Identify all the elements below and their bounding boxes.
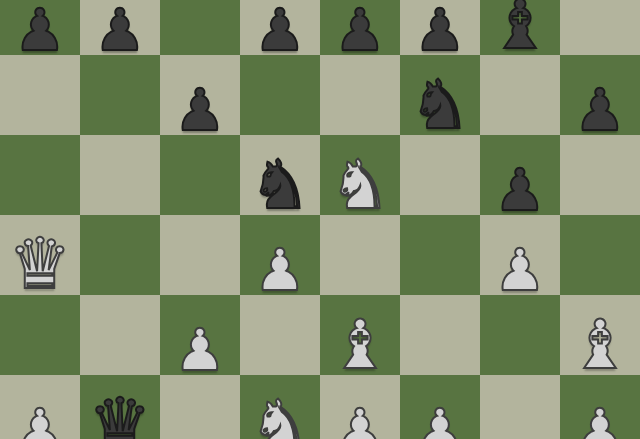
square-g4[interactable]: ♟ [480, 215, 560, 295]
black-pawn-c6[interactable]: ♟ [174, 81, 226, 139]
square-c5[interactable] [160, 135, 240, 215]
square-d3[interactable] [240, 295, 320, 375]
white-pawn-h2[interactable]: ♟ [574, 401, 626, 439]
square-h5[interactable] [560, 135, 640, 215]
square-a4[interactable]: ♛ [0, 215, 80, 295]
square-h2[interactable]: ♟ [560, 375, 640, 439]
black-queen-b2[interactable]: ♛ [89, 389, 152, 439]
white-pawn-f2[interactable]: ♟ [414, 401, 466, 439]
chess-app-viewport: ♟♟♟♟♟♝♟♞♟♞♞♟♛♟♟♟♝♝♟♛♞♟♟♟ [0, 0, 640, 439]
square-a5[interactable] [0, 135, 80, 215]
square-e7[interactable]: ♟ [320, 0, 400, 55]
square-b2[interactable]: ♛ [80, 375, 160, 439]
square-e5[interactable]: ♞ [320, 135, 400, 215]
black-pawn-g5[interactable]: ♟ [494, 161, 546, 219]
square-d7[interactable]: ♟ [240, 0, 320, 55]
black-pawn-b7[interactable]: ♟ [94, 1, 146, 59]
square-f4[interactable] [400, 215, 480, 295]
square-d6[interactable] [240, 55, 320, 135]
chess-board: ♟♟♟♟♟♝♟♞♟♞♞♟♛♟♟♟♝♝♟♛♞♟♟♟ [0, 0, 640, 439]
square-g7[interactable]: ♝ [480, 0, 560, 55]
white-queen-a4[interactable]: ♛ [9, 229, 72, 299]
black-bishop-g7[interactable]: ♝ [490, 0, 551, 59]
square-b3[interactable] [80, 295, 160, 375]
square-e4[interactable] [320, 215, 400, 295]
white-knight-e5[interactable]: ♞ [330, 151, 391, 219]
white-pawn-d4[interactable]: ♟ [254, 241, 306, 299]
black-pawn-f7[interactable]: ♟ [414, 1, 466, 59]
square-b4[interactable] [80, 215, 160, 295]
white-pawn-e2[interactable]: ♟ [334, 401, 386, 439]
square-h6[interactable]: ♟ [560, 55, 640, 135]
square-g3[interactable] [480, 295, 560, 375]
black-pawn-h6[interactable]: ♟ [574, 81, 626, 139]
square-h7[interactable] [560, 0, 640, 55]
square-e3[interactable]: ♝ [320, 295, 400, 375]
square-g6[interactable] [480, 55, 560, 135]
square-f7[interactable]: ♟ [400, 0, 480, 55]
black-pawn-d7[interactable]: ♟ [254, 1, 306, 59]
square-g2[interactable] [480, 375, 560, 439]
square-d5[interactable]: ♞ [240, 135, 320, 215]
square-b6[interactable] [80, 55, 160, 135]
square-b7[interactable]: ♟ [80, 0, 160, 55]
square-f3[interactable] [400, 295, 480, 375]
white-pawn-c3[interactable]: ♟ [174, 321, 226, 379]
black-pawn-a7[interactable]: ♟ [14, 1, 66, 59]
white-knight-d2[interactable]: ♞ [250, 391, 311, 439]
black-pawn-e7[interactable]: ♟ [334, 1, 386, 59]
square-f5[interactable] [400, 135, 480, 215]
square-c3[interactable]: ♟ [160, 295, 240, 375]
square-e2[interactable]: ♟ [320, 375, 400, 439]
square-c2[interactable] [160, 375, 240, 439]
square-h4[interactable] [560, 215, 640, 295]
white-bishop-h3[interactable]: ♝ [570, 311, 631, 379]
square-c4[interactable] [160, 215, 240, 295]
square-d2[interactable]: ♞ [240, 375, 320, 439]
black-knight-d5[interactable]: ♞ [250, 151, 311, 219]
square-b5[interactable] [80, 135, 160, 215]
white-bishop-e3[interactable]: ♝ [330, 311, 391, 379]
square-a2[interactable]: ♟ [0, 375, 80, 439]
white-pawn-g4[interactable]: ♟ [494, 241, 546, 299]
square-a6[interactable] [0, 55, 80, 135]
square-h3[interactable]: ♝ [560, 295, 640, 375]
square-a3[interactable] [0, 295, 80, 375]
square-f6[interactable]: ♞ [400, 55, 480, 135]
square-f2[interactable]: ♟ [400, 375, 480, 439]
square-d4[interactable]: ♟ [240, 215, 320, 295]
square-c6[interactable]: ♟ [160, 55, 240, 135]
square-e6[interactable] [320, 55, 400, 135]
square-a7[interactable]: ♟ [0, 0, 80, 55]
square-c7[interactable] [160, 0, 240, 55]
square-g5[interactable]: ♟ [480, 135, 560, 215]
black-knight-f6[interactable]: ♞ [410, 71, 471, 139]
white-pawn-a2[interactable]: ♟ [14, 401, 66, 439]
